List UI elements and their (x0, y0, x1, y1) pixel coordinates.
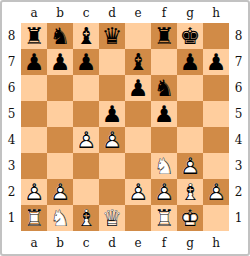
square-h5[interactable] (203, 101, 229, 127)
piece-solid-glyph: ♟ (125, 75, 151, 101)
piece-outline-glyph: ♘ (151, 153, 177, 179)
square-c2[interactable] (73, 179, 99, 205)
rank-label-6: 6 (235, 81, 243, 95)
square-c8[interactable]: ♝ (73, 23, 99, 49)
piece-outline-glyph: ♗ (177, 179, 203, 205)
file-labels-bottom: abcdefgh (21, 231, 229, 254)
piece-outline-glyph: ♙ (203, 179, 229, 205)
file-label-d: d (108, 236, 116, 250)
rank-label-3: 3 (8, 159, 16, 173)
black-knight[interactable]: ♞ (151, 75, 177, 101)
square-g7[interactable]: ♟ (177, 49, 203, 75)
file-label-f: f (162, 6, 166, 20)
chess-diagram: abcdefgh 87654321 ♜♞♝♛♜♚♟♟♟♝♟♟♟♞♟♟♟♙♟♙♞♘… (0, 0, 250, 256)
rank-label-2: 2 (8, 185, 16, 199)
black-pawn[interactable]: ♟ (125, 75, 151, 101)
black-pawn[interactable]: ♟ (203, 49, 229, 75)
chess-board: ♜♞♝♛♜♚♟♟♟♝♟♟♟♞♟♟♟♙♟♙♞♘♟♙♟♙♟♙♟♙♟♙♝♗♟♙♜♖♞♘… (21, 23, 229, 231)
black-pawn[interactable]: ♟ (99, 101, 125, 127)
piece-outline-glyph: ♙ (125, 179, 151, 205)
white-king[interactable]: ♚♔ (177, 205, 203, 231)
piece-outline-glyph: ♖ (151, 205, 177, 231)
piece-solid-glyph: ♟ (177, 49, 203, 75)
square-a5[interactable] (21, 101, 47, 127)
black-pawn[interactable]: ♟ (21, 49, 47, 75)
file-label-b: b (56, 236, 64, 250)
square-a6[interactable] (21, 75, 47, 101)
white-pawn[interactable]: ♟♙ (151, 179, 177, 205)
square-a8[interactable]: ♜ (21, 23, 47, 49)
file-label-b: b (56, 6, 64, 20)
file-label-h: h (212, 6, 220, 20)
white-queen[interactable]: ♛♕ (99, 205, 125, 231)
rank-label-1: 1 (8, 211, 16, 225)
rank-label-3: 3 (235, 159, 243, 173)
square-b8[interactable]: ♞ (47, 23, 73, 49)
rank-label-2: 2 (235, 185, 243, 199)
square-b2[interactable]: ♟♙ (47, 179, 73, 205)
file-label-g: g (186, 236, 194, 250)
white-pawn[interactable]: ♟♙ (125, 179, 151, 205)
file-label-a: a (30, 236, 37, 250)
rank-label-7: 7 (8, 55, 16, 69)
square-b3[interactable] (47, 153, 73, 179)
black-king[interactable]: ♚ (177, 23, 203, 49)
square-g6[interactable] (177, 75, 203, 101)
square-d5[interactable]: ♟ (99, 101, 125, 127)
white-pawn[interactable]: ♟♙ (47, 179, 73, 205)
square-c3[interactable] (73, 153, 99, 179)
black-bishop[interactable]: ♝ (125, 49, 151, 75)
square-e7[interactable]: ♝ (125, 49, 151, 75)
rank-label-4: 4 (235, 133, 243, 147)
square-a1[interactable]: ♜♖ (21, 205, 47, 231)
square-f1[interactable]: ♜♖ (151, 205, 177, 231)
file-label-e: e (134, 6, 141, 20)
white-rook[interactable]: ♜♖ (151, 205, 177, 231)
square-f3[interactable]: ♞♘ (151, 153, 177, 179)
piece-outline-glyph: ♙ (47, 179, 73, 205)
square-h4[interactable] (203, 127, 229, 153)
piece-solid-glyph: ♟ (203, 49, 229, 75)
rank-label-5: 5 (235, 107, 243, 121)
square-a4[interactable] (21, 127, 47, 153)
piece-solid-glyph: ♜ (151, 23, 177, 49)
file-label-e: e (134, 236, 141, 250)
square-d6[interactable] (99, 75, 125, 101)
rank-label-6: 6 (8, 81, 16, 95)
square-f5[interactable]: ♟ (151, 101, 177, 127)
square-f7[interactable] (151, 49, 177, 75)
square-f8[interactable]: ♜ (151, 23, 177, 49)
piece-solid-glyph: ♟ (21, 49, 47, 75)
square-c4[interactable]: ♟♙ (73, 127, 99, 153)
file-label-c: c (83, 6, 90, 20)
square-h1[interactable] (203, 205, 229, 231)
white-bishop[interactable]: ♝♗ (73, 205, 99, 231)
square-e6[interactable]: ♟ (125, 75, 151, 101)
black-bishop[interactable]: ♝ (73, 23, 99, 49)
piece-solid-glyph: ♟ (47, 49, 73, 75)
white-knight[interactable]: ♞♘ (151, 153, 177, 179)
piece-outline-glyph: ♔ (177, 205, 203, 231)
square-a7[interactable]: ♟ (21, 49, 47, 75)
piece-outline-glyph: ♕ (99, 205, 125, 231)
piece-solid-glyph: ♟ (99, 101, 125, 127)
square-h7[interactable]: ♟ (203, 49, 229, 75)
piece-solid-glyph: ♜ (21, 23, 47, 49)
square-g2[interactable]: ♝♗ (177, 179, 203, 205)
file-label-d: d (108, 6, 116, 20)
square-f4[interactable] (151, 127, 177, 153)
square-a2[interactable]: ♟♙ (21, 179, 47, 205)
square-d4[interactable]: ♟♙ (99, 127, 125, 153)
square-e8[interactable] (125, 23, 151, 49)
black-pawn[interactable]: ♟ (151, 101, 177, 127)
black-pawn[interactable]: ♟ (73, 49, 99, 75)
black-queen[interactable]: ♛ (99, 23, 125, 49)
piece-solid-glyph: ♛ (99, 23, 125, 49)
white-pawn[interactable]: ♟♙ (203, 179, 229, 205)
white-pawn[interactable]: ♟♙ (177, 153, 203, 179)
square-d7[interactable] (99, 49, 125, 75)
black-rook[interactable]: ♜ (151, 23, 177, 49)
white-pawn[interactable]: ♟♙ (73, 127, 99, 153)
rank-labels-left: 87654321 (2, 23, 21, 231)
file-label-h: h (212, 236, 220, 250)
square-h3[interactable] (203, 153, 229, 179)
square-b6[interactable] (47, 75, 73, 101)
piece-solid-glyph: ♟ (151, 101, 177, 127)
square-d3[interactable] (99, 153, 125, 179)
square-c1[interactable]: ♝♗ (73, 205, 99, 231)
square-b1[interactable]: ♞♘ (47, 205, 73, 231)
square-f2[interactable]: ♟♙ (151, 179, 177, 205)
file-labels-top: abcdefgh (21, 2, 229, 23)
white-rook[interactable]: ♜♖ (21, 205, 47, 231)
rank-label-4: 4 (8, 133, 16, 147)
square-b7[interactable]: ♟ (47, 49, 73, 75)
piece-outline-glyph: ♙ (99, 127, 125, 153)
white-pawn[interactable]: ♟♙ (21, 179, 47, 205)
square-g8[interactable]: ♚ (177, 23, 203, 49)
rank-label-8: 8 (8, 29, 16, 43)
board-layout: abcdefgh 87654321 ♜♞♝♛♜♚♟♟♟♝♟♟♟♞♟♟♟♙♟♙♞♘… (2, 2, 248, 254)
file-label-c: c (83, 236, 90, 250)
white-pawn[interactable]: ♟♙ (99, 127, 125, 153)
piece-outline-glyph: ♘ (47, 205, 73, 231)
file-label-f: f (162, 236, 166, 250)
rank-label-1: 1 (235, 211, 243, 225)
square-d8[interactable]: ♛ (99, 23, 125, 49)
rank-label-8: 8 (235, 29, 243, 43)
square-c7[interactable]: ♟ (73, 49, 99, 75)
piece-outline-glyph: ♖ (21, 205, 47, 231)
piece-solid-glyph: ♝ (73, 23, 99, 49)
piece-solid-glyph: ♟ (73, 49, 99, 75)
rank-label-5: 5 (8, 107, 16, 121)
piece-solid-glyph: ♞ (47, 23, 73, 49)
piece-outline-glyph: ♗ (73, 205, 99, 231)
piece-solid-glyph: ♚ (177, 23, 203, 49)
square-e3[interactable] (125, 153, 151, 179)
square-g3[interactable]: ♟♙ (177, 153, 203, 179)
file-label-a: a (30, 6, 37, 20)
square-d1[interactable]: ♛♕ (99, 205, 125, 231)
square-e1[interactable] (125, 205, 151, 231)
square-e5[interactable] (125, 101, 151, 127)
piece-outline-glyph: ♙ (177, 153, 203, 179)
square-g4[interactable] (177, 127, 203, 153)
square-f6[interactable]: ♞ (151, 75, 177, 101)
square-g1[interactable]: ♚♔ (177, 205, 203, 231)
black-knight[interactable]: ♞ (47, 23, 73, 49)
black-pawn[interactable]: ♟ (47, 49, 73, 75)
black-rook[interactable]: ♜ (21, 23, 47, 49)
square-c6[interactable] (73, 75, 99, 101)
square-h6[interactable] (203, 75, 229, 101)
square-g5[interactable] (177, 101, 203, 127)
square-c5[interactable] (73, 101, 99, 127)
black-pawn[interactable]: ♟ (177, 49, 203, 75)
white-knight[interactable]: ♞♘ (47, 205, 73, 231)
square-b5[interactable] (47, 101, 73, 127)
square-b4[interactable] (47, 127, 73, 153)
piece-solid-glyph: ♞ (151, 75, 177, 101)
square-a3[interactable] (21, 153, 47, 179)
piece-outline-glyph: ♙ (151, 179, 177, 205)
white-bishop[interactable]: ♝♗ (177, 179, 203, 205)
piece-solid-glyph: ♝ (125, 49, 151, 75)
square-d2[interactable] (99, 179, 125, 205)
square-e2[interactable]: ♟♙ (125, 179, 151, 205)
square-h2[interactable]: ♟♙ (203, 179, 229, 205)
square-h8[interactable] (203, 23, 229, 49)
square-e4[interactable] (125, 127, 151, 153)
file-label-g: g (186, 6, 194, 20)
rank-labels-right: 87654321 (229, 23, 248, 231)
piece-outline-glyph: ♙ (73, 127, 99, 153)
rank-label-7: 7 (235, 55, 243, 69)
piece-outline-glyph: ♙ (21, 179, 47, 205)
